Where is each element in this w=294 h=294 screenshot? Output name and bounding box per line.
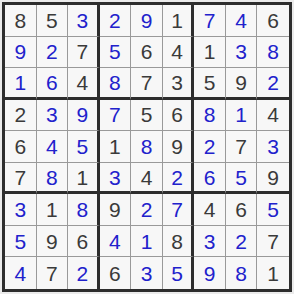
cell-r3c2[interactable]: 6 [37, 68, 69, 100]
cell-r9c7[interactable]: 9 [194, 257, 226, 289]
cell-r2c8[interactable]: 3 [226, 37, 258, 69]
cell-r2c9[interactable]: 8 [257, 37, 289, 69]
cell-r8c8[interactable]: 2 [226, 226, 258, 258]
cell-r6c2[interactable]: 8 [37, 163, 69, 195]
cell-r2c7[interactable]: 1 [194, 37, 226, 69]
cell-r5c8[interactable]: 7 [226, 131, 258, 163]
cell-r7c6[interactable]: 7 [163, 194, 195, 226]
cell-r3c7[interactable]: 5 [194, 68, 226, 100]
cell-r2c3[interactable]: 7 [68, 37, 100, 69]
cell-r5c7[interactable]: 2 [194, 131, 226, 163]
cell-r4c1[interactable]: 2 [5, 100, 37, 132]
cell-r3c8[interactable]: 9 [226, 68, 258, 100]
cell-r1c8[interactable]: 4 [226, 5, 258, 37]
cell-r9c5[interactable]: 3 [131, 257, 163, 289]
cell-r2c1[interactable]: 9 [5, 37, 37, 69]
cell-r9c3[interactable]: 2 [68, 257, 100, 289]
cell-r6c5[interactable]: 4 [131, 163, 163, 195]
cell-r7c2[interactable]: 1 [37, 194, 69, 226]
cell-r4c4[interactable]: 7 [100, 100, 132, 132]
cell-r9c6[interactable]: 5 [163, 257, 195, 289]
cell-r1c6[interactable]: 1 [163, 5, 195, 37]
cell-r2c4[interactable]: 5 [100, 37, 132, 69]
cell-r4c9[interactable]: 4 [257, 100, 289, 132]
cell-r3c9[interactable]: 2 [257, 68, 289, 100]
cell-r7c8[interactable]: 6 [226, 194, 258, 226]
cell-r5c2[interactable]: 4 [37, 131, 69, 163]
cell-r7c5[interactable]: 2 [131, 194, 163, 226]
cell-r5c4[interactable]: 1 [100, 131, 132, 163]
cell-r8c1[interactable]: 5 [5, 226, 37, 258]
cell-r3c6[interactable]: 3 [163, 68, 195, 100]
cell-r6c4[interactable]: 3 [100, 163, 132, 195]
cell-r6c7[interactable]: 6 [194, 163, 226, 195]
cell-r3c5[interactable]: 7 [131, 68, 163, 100]
cell-r4c6[interactable]: 6 [163, 100, 195, 132]
sudoku-board: 8532917469275641381648735922397568146451… [2, 2, 292, 292]
cell-r9c9[interactable]: 1 [257, 257, 289, 289]
cell-r9c8[interactable]: 8 [226, 257, 258, 289]
cell-r2c6[interactable]: 4 [163, 37, 195, 69]
cell-r1c1[interactable]: 8 [5, 5, 37, 37]
cell-r4c5[interactable]: 5 [131, 100, 163, 132]
cell-r7c1[interactable]: 3 [5, 194, 37, 226]
cell-r4c7[interactable]: 8 [194, 100, 226, 132]
cell-r4c3[interactable]: 9 [68, 100, 100, 132]
cell-r1c2[interactable]: 5 [37, 5, 69, 37]
cell-r5c3[interactable]: 5 [68, 131, 100, 163]
cell-r5c6[interactable]: 9 [163, 131, 195, 163]
cell-r7c9[interactable]: 5 [257, 194, 289, 226]
cell-r4c2[interactable]: 3 [37, 100, 69, 132]
cell-r8c6[interactable]: 8 [163, 226, 195, 258]
cell-r7c4[interactable]: 9 [100, 194, 132, 226]
cell-r8c7[interactable]: 3 [194, 226, 226, 258]
cell-r9c2[interactable]: 7 [37, 257, 69, 289]
cell-r8c4[interactable]: 4 [100, 226, 132, 258]
cell-r4c8[interactable]: 1 [226, 100, 258, 132]
cell-r2c5[interactable]: 6 [131, 37, 163, 69]
cell-r8c5[interactable]: 1 [131, 226, 163, 258]
cell-r1c9[interactable]: 6 [257, 5, 289, 37]
cell-r1c7[interactable]: 7 [194, 5, 226, 37]
cell-r8c9[interactable]: 7 [257, 226, 289, 258]
cell-r3c3[interactable]: 4 [68, 68, 100, 100]
cell-r6c1[interactable]: 7 [5, 163, 37, 195]
cell-r8c2[interactable]: 9 [37, 226, 69, 258]
cell-r3c4[interactable]: 8 [100, 68, 132, 100]
cell-r8c3[interactable]: 6 [68, 226, 100, 258]
cell-r1c5[interactable]: 9 [131, 5, 163, 37]
cell-r5c9[interactable]: 3 [257, 131, 289, 163]
cell-r7c7[interactable]: 4 [194, 194, 226, 226]
cell-r1c4[interactable]: 2 [100, 5, 132, 37]
cell-r6c9[interactable]: 9 [257, 163, 289, 195]
cell-r6c8[interactable]: 5 [226, 163, 258, 195]
cell-r9c4[interactable]: 6 [100, 257, 132, 289]
cell-r9c1[interactable]: 4 [5, 257, 37, 289]
cell-r6c6[interactable]: 2 [163, 163, 195, 195]
cell-r7c3[interactable]: 8 [68, 194, 100, 226]
cell-r1c3[interactable]: 3 [68, 5, 100, 37]
cell-r5c1[interactable]: 6 [5, 131, 37, 163]
cell-r5c5[interactable]: 8 [131, 131, 163, 163]
cell-r2c2[interactable]: 2 [37, 37, 69, 69]
sudoku-app: 8532917469275641381648735922397568146451… [0, 0, 294, 294]
cell-r3c1[interactable]: 1 [5, 68, 37, 100]
cell-r6c3[interactable]: 1 [68, 163, 100, 195]
